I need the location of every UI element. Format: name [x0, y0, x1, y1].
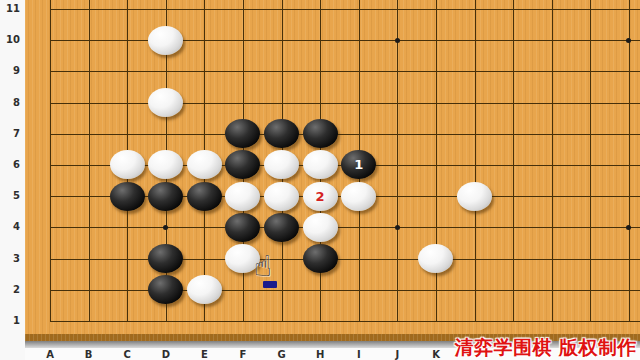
- stone-black-I6[interactable]: 1: [341, 150, 376, 179]
- stone-white-D6[interactable]: [148, 150, 183, 179]
- move-number-mark: 1: [354, 158, 363, 171]
- stone-black-D2[interactable]: [148, 275, 183, 304]
- stone-black-D3[interactable]: [148, 244, 183, 273]
- stone-white-K3[interactable]: [418, 244, 453, 273]
- star-point-P4: [626, 225, 631, 230]
- stone-white-E2[interactable]: [187, 275, 222, 304]
- row-label-9: 9: [2, 65, 20, 77]
- row-label-4: 4: [2, 221, 20, 233]
- row-label-7: 7: [2, 128, 20, 140]
- stone-white-F5[interactable]: [225, 182, 260, 211]
- row-label-8: 8: [2, 97, 20, 109]
- column-label-H: H: [310, 349, 330, 360]
- stone-white-G6[interactable]: [264, 150, 299, 179]
- column-label-K: K: [426, 349, 446, 360]
- stone-white-E6[interactable]: [187, 150, 222, 179]
- stone-black-H7[interactable]: [303, 119, 338, 148]
- column-label-C: C: [117, 349, 137, 360]
- row-label-11: 11: [2, 3, 20, 15]
- stone-white-I5[interactable]: [341, 182, 376, 211]
- column-label-J: J: [387, 349, 407, 360]
- row-label-5: 5: [2, 190, 20, 202]
- hand-pointer-icon: ☝: [254, 252, 272, 281]
- cursor: ☝: [254, 252, 272, 281]
- move-number-mark: 2: [316, 190, 325, 203]
- column-label-G: G: [272, 349, 292, 360]
- stone-black-H3[interactable]: [303, 244, 338, 273]
- star-point-J10: [395, 38, 400, 43]
- cursor-cuff: [263, 281, 277, 288]
- column-label-I: I: [349, 349, 369, 360]
- stone-black-E5[interactable]: [187, 182, 222, 211]
- column-label-E: E: [194, 349, 214, 360]
- stone-black-F7[interactable]: [225, 119, 260, 148]
- column-label-B: B: [79, 349, 99, 360]
- row-label-10: 10: [2, 34, 20, 46]
- stone-black-D5[interactable]: [148, 182, 183, 211]
- watermark-text: 清弈学围棋 版权制作: [454, 337, 637, 358]
- stone-white-L5[interactable]: [457, 182, 492, 211]
- stone-white-D10[interactable]: [148, 26, 183, 55]
- star-point-P10: [626, 38, 631, 43]
- column-label-A: A: [40, 349, 60, 360]
- column-label-D: D: [156, 349, 176, 360]
- stone-black-G7[interactable]: [264, 119, 299, 148]
- star-point-J4: [395, 225, 400, 230]
- row-label-6: 6: [2, 159, 20, 171]
- stone-black-F4[interactable]: [225, 213, 260, 242]
- stone-white-C6[interactable]: [110, 150, 145, 179]
- stone-black-F6[interactable]: [225, 150, 260, 179]
- star-point-D4: [163, 225, 168, 230]
- stones-layer: 12: [31, 0, 640, 337]
- row-label-3: 3: [2, 253, 20, 265]
- stone-white-D8[interactable]: [148, 88, 183, 117]
- row-label-1: 1: [2, 315, 20, 327]
- stone-black-C5[interactable]: [110, 182, 145, 211]
- row-label-strip: [0, 0, 25, 360]
- column-label-F: F: [233, 349, 253, 360]
- row-label-2: 2: [2, 284, 20, 296]
- go-app-screen: 12 1110987654321 ABCDEFGHIJK 清弈学围棋 版权制作 …: [0, 0, 640, 360]
- stone-white-H4[interactable]: [303, 213, 338, 242]
- stone-white-H6[interactable]: [303, 150, 338, 179]
- stone-black-G4[interactable]: [264, 213, 299, 242]
- stone-white-G5[interactable]: [264, 182, 299, 211]
- stone-white-H5[interactable]: 2: [303, 182, 338, 211]
